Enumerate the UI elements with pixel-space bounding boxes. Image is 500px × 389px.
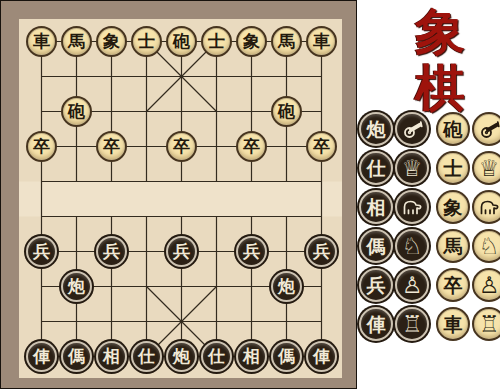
legend-light-char-chariot: 車 xyxy=(436,307,470,341)
piece-legend: 炮砲仕♕士♕相象傌♘馬♘兵♙卒♙俥♖車♖ xyxy=(359,112,500,341)
river-band xyxy=(19,182,342,217)
piece-dark-相-r9c6[interactable]: 相 xyxy=(236,341,267,372)
piece-light-砲-r2c1[interactable]: 砲 xyxy=(61,96,92,127)
legend-light-char-elephant: 象 xyxy=(436,190,470,224)
board-field: 車馬象士砲士象馬車砲砲卒卒卒卒卒兵兵兵兵兵炮炮俥傌相仕炮仕相傌俥 xyxy=(19,19,342,378)
piece-dark-炮-r9c4[interactable]: 炮 xyxy=(166,341,197,372)
piece-dark-仕-r9c5[interactable]: 仕 xyxy=(201,341,232,372)
legend-row-chariot: 俥♖車♖ xyxy=(359,307,500,341)
cannon-icon xyxy=(472,112,500,146)
legend-light-char-advisor: 士 xyxy=(436,151,470,185)
piece-dark-兵-r6c6[interactable]: 兵 xyxy=(236,236,267,267)
legend-light-char-cannon: 砲 xyxy=(436,112,470,146)
knight-icon: ♘ xyxy=(395,229,429,263)
piece-light-卒-r3c8[interactable]: 卒 xyxy=(306,131,337,162)
pawn-icon: ♙ xyxy=(395,268,429,302)
piece-light-砲-r2c7[interactable]: 砲 xyxy=(271,96,302,127)
legend-row-advisor: 仕♕士♕ xyxy=(359,151,500,185)
queen-icon: ♕ xyxy=(472,151,500,185)
piece-light-卒-r3c4[interactable]: 卒 xyxy=(166,131,197,162)
piece-dark-兵-r6c4[interactable]: 兵 xyxy=(166,236,197,267)
piece-dark-傌-r9c7[interactable]: 傌 xyxy=(271,341,302,372)
piece-dark-俥-r9c0[interactable]: 俥 xyxy=(26,341,57,372)
piece-dark-兵-r6c8[interactable]: 兵 xyxy=(306,236,337,267)
legend-dark-char-chariot: 俥 xyxy=(359,307,393,341)
piece-light-士-r0c5[interactable]: 士 xyxy=(201,26,232,57)
piece-light-車-r0c0[interactable]: 車 xyxy=(26,26,57,57)
piece-dark-炮-r7c1[interactable]: 炮 xyxy=(61,271,92,302)
piece-dark-兵-r6c0[interactable]: 兵 xyxy=(26,236,57,267)
queen-icon: ♕ xyxy=(395,151,429,185)
legend-dark-char-cannon: 炮 xyxy=(359,112,393,146)
legend-row-soldier: 兵♙卒♙ xyxy=(359,268,500,302)
elephant-icon xyxy=(472,190,500,224)
legend-row-cannon: 炮砲 xyxy=(359,112,500,146)
piece-dark-相-r9c2[interactable]: 相 xyxy=(96,341,127,372)
piece-light-象-r0c2[interactable]: 象 xyxy=(96,26,127,57)
xiangqi-diagram: 車馬象士砲士象馬車砲砲卒卒卒卒卒兵兵兵兵兵炮炮俥傌相仕炮仕相傌俥 象 棋 炮砲仕… xyxy=(0,0,500,389)
piece-dark-兵-r6c2[interactable]: 兵 xyxy=(96,236,127,267)
piece-light-卒-r3c0[interactable]: 卒 xyxy=(26,131,57,162)
title-char-qi: 棋 xyxy=(398,60,482,116)
pawn-icon: ♙ xyxy=(472,268,500,302)
piece-light-卒-r3c2[interactable]: 卒 xyxy=(96,131,127,162)
rook-icon: ♖ xyxy=(395,307,429,341)
piece-light-砲-r0c4[interactable]: 砲 xyxy=(166,26,197,57)
knight-icon: ♘ xyxy=(472,229,500,263)
legend-row-elephant: 相象 xyxy=(359,190,500,224)
piece-light-士-r0c3[interactable]: 士 xyxy=(131,26,162,57)
rook-icon: ♖ xyxy=(472,307,500,341)
title-char-xiang: 象 xyxy=(398,4,482,60)
legend-dark-char-elephant: 相 xyxy=(359,190,393,224)
legend-row-horse: 傌♘馬♘ xyxy=(359,229,500,263)
piece-light-象-r0c6[interactable]: 象 xyxy=(236,26,267,57)
piece-light-車-r0c8[interactable]: 車 xyxy=(306,26,337,57)
piece-light-卒-r3c6[interactable]: 卒 xyxy=(236,131,267,162)
piece-dark-仕-r9c3[interactable]: 仕 xyxy=(131,341,162,372)
board-grid xyxy=(19,19,342,378)
elephant-icon xyxy=(395,190,429,224)
legend-dark-char-horse: 傌 xyxy=(359,229,393,263)
legend-light-char-soldier: 卒 xyxy=(436,268,470,302)
legend-light-char-horse: 馬 xyxy=(436,229,470,263)
page-title: 象 棋 xyxy=(398,4,482,116)
legend-dark-char-soldier: 兵 xyxy=(359,268,393,302)
board-mat: 車馬象士砲士象馬車砲砲卒卒卒卒卒兵兵兵兵兵炮炮俥傌相仕炮仕相傌俥 xyxy=(0,0,357,389)
piece-dark-俥-r9c8[interactable]: 俥 xyxy=(306,341,337,372)
piece-dark-炮-r7c7[interactable]: 炮 xyxy=(271,271,302,302)
cannon-icon xyxy=(395,112,429,146)
piece-light-馬-r0c7[interactable]: 馬 xyxy=(271,26,302,57)
legend-dark-char-advisor: 仕 xyxy=(359,151,393,185)
piece-light-馬-r0c1[interactable]: 馬 xyxy=(61,26,92,57)
piece-dark-傌-r9c1[interactable]: 傌 xyxy=(61,341,92,372)
